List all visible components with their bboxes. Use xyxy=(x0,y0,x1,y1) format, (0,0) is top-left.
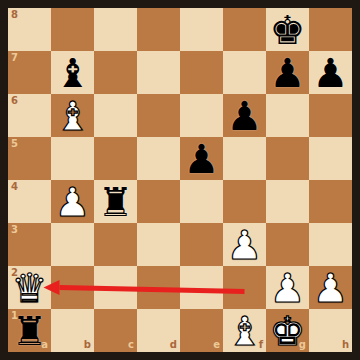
square-a8[interactable]: 8 xyxy=(8,8,51,51)
white-king[interactable]: ♚ xyxy=(266,309,309,352)
square-f4[interactable] xyxy=(223,180,266,223)
square-f2[interactable] xyxy=(223,266,266,309)
square-e5[interactable]: ♟ xyxy=(180,137,223,180)
rank-label-3: 3 xyxy=(11,225,18,235)
black-pawn[interactable]: ♟ xyxy=(180,137,223,180)
square-h8[interactable] xyxy=(309,8,352,51)
square-a6[interactable]: 6 xyxy=(8,94,51,137)
square-h7[interactable]: ♟ xyxy=(309,51,352,94)
white-bishop[interactable]: ♝ xyxy=(223,309,266,352)
black-pawn[interactable]: ♟ xyxy=(309,51,352,94)
rank-label-8: 8 xyxy=(11,10,18,20)
rank-label-4: 4 xyxy=(11,182,18,192)
square-c3[interactable] xyxy=(94,223,137,266)
file-label-h: h xyxy=(342,340,349,350)
square-e7[interactable] xyxy=(180,51,223,94)
file-label-c: c xyxy=(128,340,134,350)
black-pawn[interactable]: ♟ xyxy=(223,94,266,137)
square-h1[interactable]: h xyxy=(309,309,352,352)
file-label-d: d xyxy=(170,340,177,350)
black-bishop[interactable]: ♝ xyxy=(51,51,94,94)
square-b8[interactable] xyxy=(51,8,94,51)
square-b6[interactable]: ♝ xyxy=(51,94,94,137)
square-e8[interactable] xyxy=(180,8,223,51)
square-g5[interactable] xyxy=(266,137,309,180)
square-b7[interactable]: ♝ xyxy=(51,51,94,94)
white-pawn[interactable]: ♟ xyxy=(51,180,94,223)
square-h5[interactable] xyxy=(309,137,352,180)
square-c4[interactable]: ♜ xyxy=(94,180,137,223)
white-queen[interactable]: ♛ xyxy=(8,266,51,309)
square-f3[interactable]: ♟ xyxy=(223,223,266,266)
square-f7[interactable] xyxy=(223,51,266,94)
square-a5[interactable]: 5 xyxy=(8,137,51,180)
square-f8[interactable] xyxy=(223,8,266,51)
white-pawn[interactable]: ♟ xyxy=(309,266,352,309)
file-label-b: b xyxy=(84,340,91,350)
rank-label-6: 6 xyxy=(11,96,18,106)
square-f6[interactable]: ♟ xyxy=(223,94,266,137)
square-f1[interactable]: f♝ xyxy=(223,309,266,352)
white-bishop[interactable]: ♝ xyxy=(51,94,94,137)
square-f5[interactable] xyxy=(223,137,266,180)
square-e2[interactable] xyxy=(180,266,223,309)
square-d7[interactable] xyxy=(137,51,180,94)
square-d1[interactable]: d xyxy=(137,309,180,352)
square-b4[interactable]: ♟ xyxy=(51,180,94,223)
square-g6[interactable] xyxy=(266,94,309,137)
square-d6[interactable] xyxy=(137,94,180,137)
chess-app-window: { "game": "chess", "position": "6k1/1b4p… xyxy=(0,0,360,360)
black-rook[interactable]: ♜ xyxy=(8,309,51,352)
square-c7[interactable] xyxy=(94,51,137,94)
square-d2[interactable] xyxy=(137,266,180,309)
chess-board: 8♚7♝♟♟6♝♟5♟4♟♜3♟2♛♟♟1a♜bcdef♝g♚h xyxy=(8,8,352,352)
file-label-e: e xyxy=(213,340,220,350)
square-e6[interactable] xyxy=(180,94,223,137)
square-a3[interactable]: 3 xyxy=(8,223,51,266)
square-c5[interactable] xyxy=(94,137,137,180)
square-e1[interactable]: e xyxy=(180,309,223,352)
square-a1[interactable]: 1a♜ xyxy=(8,309,51,352)
square-h6[interactable] xyxy=(309,94,352,137)
square-g4[interactable] xyxy=(266,180,309,223)
square-b3[interactable] xyxy=(51,223,94,266)
square-h4[interactable] xyxy=(309,180,352,223)
square-c6[interactable] xyxy=(94,94,137,137)
square-g1[interactable]: g♚ xyxy=(266,309,309,352)
white-pawn[interactable]: ♟ xyxy=(223,223,266,266)
square-a2[interactable]: 2♛ xyxy=(8,266,51,309)
black-pawn[interactable]: ♟ xyxy=(266,51,309,94)
square-b2[interactable] xyxy=(51,266,94,309)
square-b5[interactable] xyxy=(51,137,94,180)
square-a7[interactable]: 7 xyxy=(8,51,51,94)
black-king[interactable]: ♚ xyxy=(266,8,309,51)
rank-label-7: 7 xyxy=(11,53,18,63)
square-c1[interactable]: c xyxy=(94,309,137,352)
square-c8[interactable] xyxy=(94,8,137,51)
square-a4[interactable]: 4 xyxy=(8,180,51,223)
square-d8[interactable] xyxy=(137,8,180,51)
square-g8[interactable]: ♚ xyxy=(266,8,309,51)
square-e3[interactable] xyxy=(180,223,223,266)
square-e4[interactable] xyxy=(180,180,223,223)
square-d5[interactable] xyxy=(137,137,180,180)
square-h3[interactable] xyxy=(309,223,352,266)
square-c2[interactable] xyxy=(94,266,137,309)
black-rook[interactable]: ♜ xyxy=(94,180,137,223)
square-d4[interactable] xyxy=(137,180,180,223)
square-g2[interactable]: ♟ xyxy=(266,266,309,309)
square-h2[interactable]: ♟ xyxy=(309,266,352,309)
square-d3[interactable] xyxy=(137,223,180,266)
white-pawn[interactable]: ♟ xyxy=(266,266,309,309)
square-g3[interactable] xyxy=(266,223,309,266)
square-g7[interactable]: ♟ xyxy=(266,51,309,94)
square-b1[interactable]: b xyxy=(51,309,94,352)
rank-label-5: 5 xyxy=(11,139,18,149)
